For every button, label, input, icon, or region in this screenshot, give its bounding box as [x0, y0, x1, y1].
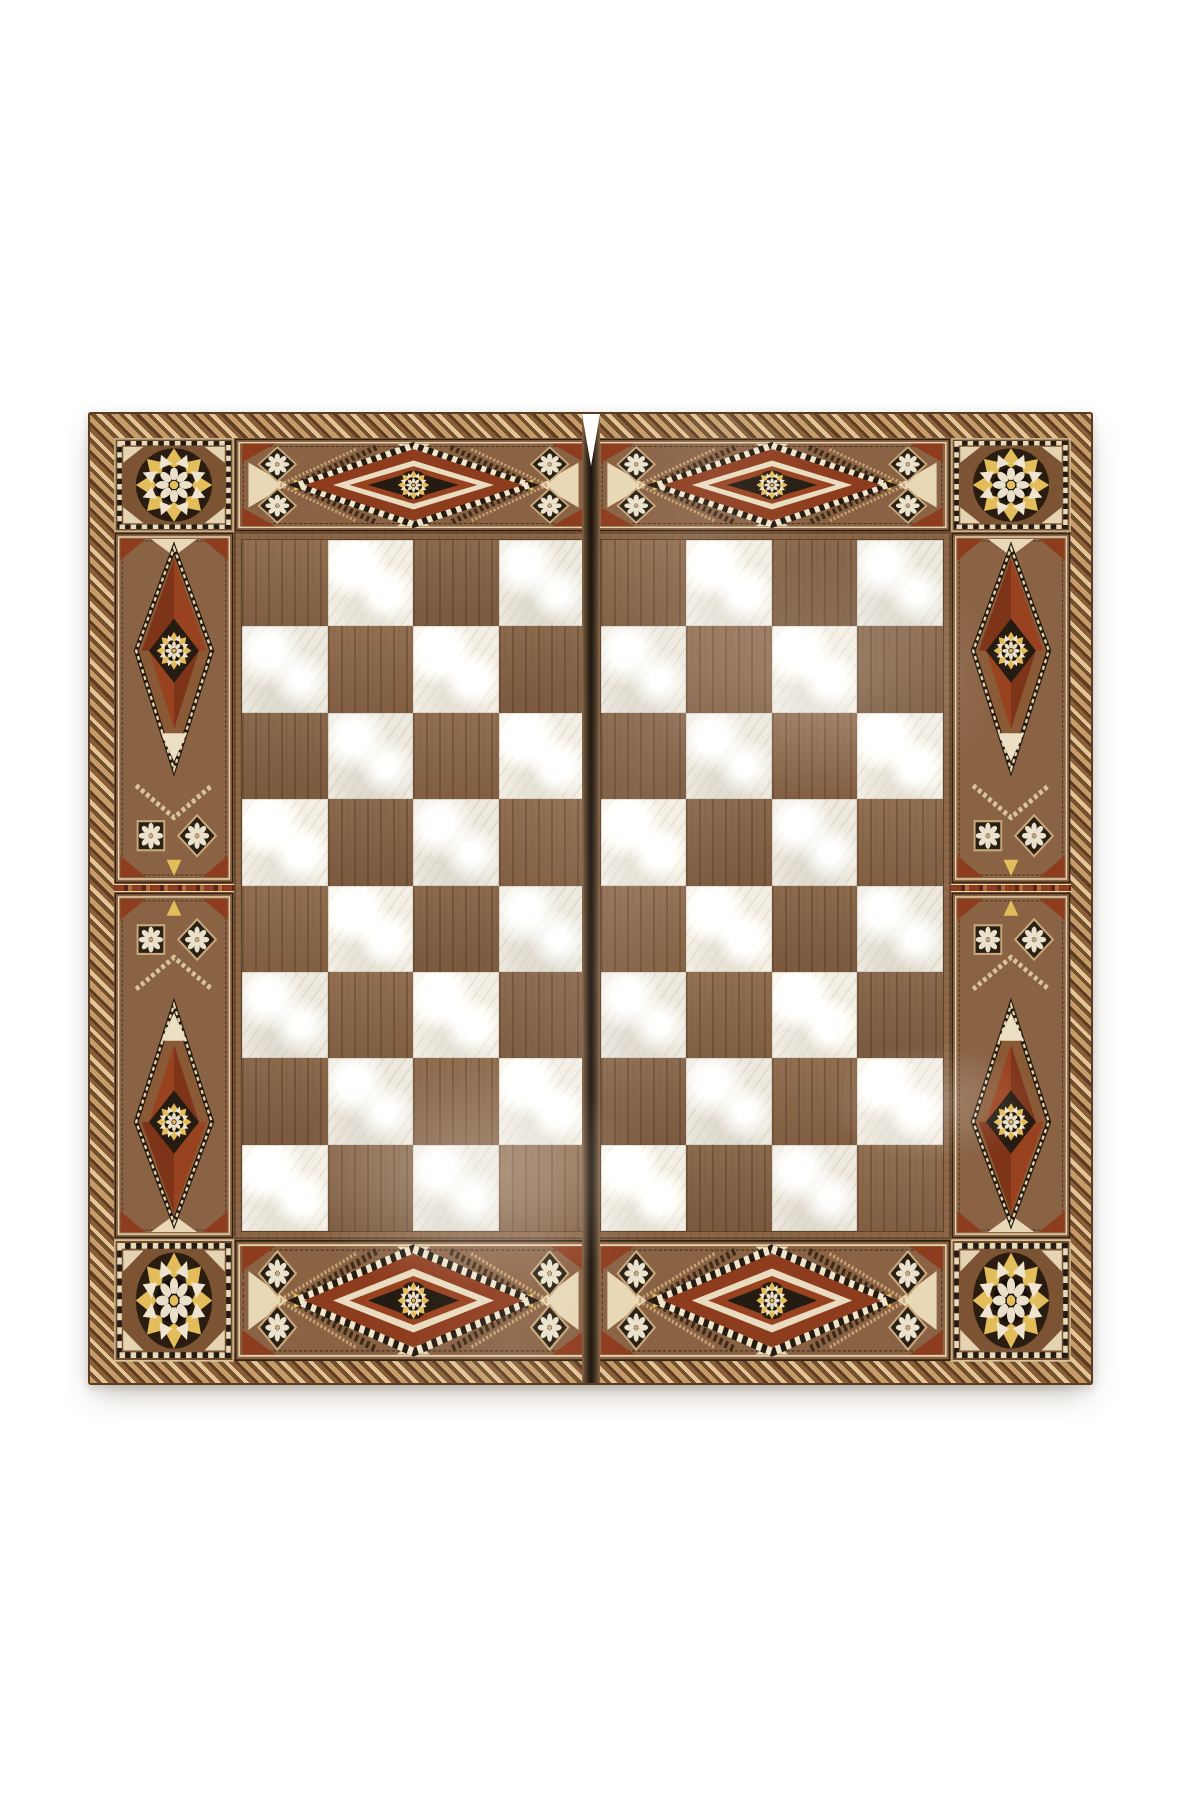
square-r6c4 — [499, 972, 585, 1058]
square-r4c7 — [772, 799, 858, 885]
square-r1c3 — [413, 540, 499, 626]
square-r6c5 — [601, 972, 687, 1058]
square-r7c6 — [686, 1058, 772, 1144]
square-r3c4 — [499, 713, 585, 799]
square-r1c2 — [328, 540, 414, 626]
chess-board — [88, 412, 1093, 1385]
square-r5c5 — [601, 886, 687, 972]
square-r7c3 — [413, 1058, 499, 1144]
border-kite-panel-left-lower — [114, 892, 234, 1239]
square-r6c6 — [686, 972, 772, 1058]
square-r8c4 — [499, 1145, 585, 1231]
corner-star-tile-bottom-left — [114, 1239, 234, 1362]
square-r5c1 — [242, 886, 328, 972]
square-r2c8 — [857, 626, 943, 712]
square-r2c6 — [686, 626, 772, 712]
square-r8c7 — [772, 1145, 858, 1231]
board-half-right — [601, 540, 944, 1231]
square-r4c3 — [413, 799, 499, 885]
square-r4c6 — [686, 799, 772, 885]
square-r4c8 — [857, 799, 943, 885]
square-r3c3 — [413, 713, 499, 799]
square-r1c5 — [601, 540, 687, 626]
border-eye-panel-top-left — [234, 438, 593, 532]
square-r4c2 — [328, 799, 414, 885]
square-r6c1 — [242, 972, 328, 1058]
corner-star-tile-top-right — [951, 438, 1071, 532]
border-eye-panel-bottom-right — [593, 1239, 951, 1362]
square-r5c6 — [686, 886, 772, 972]
square-r3c6 — [686, 713, 772, 799]
side-junction-left — [114, 884, 234, 892]
board-half-left — [242, 540, 585, 1231]
square-r3c7 — [772, 713, 858, 799]
square-r6c8 — [857, 972, 943, 1058]
square-r7c4 — [499, 1058, 585, 1144]
square-r1c1 — [242, 540, 328, 626]
square-r7c5 — [601, 1058, 687, 1144]
square-r3c8 — [857, 713, 943, 799]
square-r6c7 — [772, 972, 858, 1058]
square-r8c2 — [328, 1145, 414, 1231]
square-r7c8 — [857, 1058, 943, 1144]
square-r1c7 — [772, 540, 858, 626]
square-r8c8 — [857, 1145, 943, 1231]
border-kite-panel-right-upper — [951, 532, 1071, 884]
square-r6c2 — [328, 972, 414, 1058]
square-r5c8 — [857, 886, 943, 972]
square-r8c3 — [413, 1145, 499, 1231]
border-kite-panel-left-upper — [114, 532, 234, 884]
border-kite-panel-right-lower — [951, 892, 1071, 1239]
square-r4c4 — [499, 799, 585, 885]
square-r2c7 — [772, 626, 858, 712]
square-r4c5 — [601, 799, 687, 885]
square-r3c2 — [328, 713, 414, 799]
photo-background — [0, 0, 1200, 1800]
square-r7c2 — [328, 1058, 414, 1144]
square-r8c6 — [686, 1145, 772, 1231]
square-r5c7 — [772, 886, 858, 972]
square-r5c2 — [328, 886, 414, 972]
hinge-seam — [582, 414, 600, 1383]
square-r2c3 — [413, 626, 499, 712]
square-r2c2 — [328, 626, 414, 712]
square-r8c1 — [242, 1145, 328, 1231]
square-r1c6 — [686, 540, 772, 626]
square-r8c5 — [601, 1145, 687, 1231]
square-r3c5 — [601, 713, 687, 799]
square-r1c8 — [857, 540, 943, 626]
border-eye-panel-bottom-left — [234, 1239, 593, 1362]
square-r7c1 — [242, 1058, 328, 1144]
border-eye-panel-top-right — [593, 438, 951, 532]
hinge-gap-top — [582, 414, 600, 466]
corner-star-tile-bottom-right — [951, 1239, 1071, 1362]
square-r5c4 — [499, 886, 585, 972]
side-junction-right — [951, 884, 1071, 892]
square-r2c4 — [499, 626, 585, 712]
square-r3c1 — [242, 713, 328, 799]
square-r4c1 — [242, 799, 328, 885]
corner-star-tile-top-left — [114, 438, 234, 532]
square-r1c4 — [499, 540, 585, 626]
square-r2c5 — [601, 626, 687, 712]
square-r7c7 — [772, 1058, 858, 1144]
square-r6c3 — [413, 972, 499, 1058]
square-r2c1 — [242, 626, 328, 712]
square-r5c3 — [413, 886, 499, 972]
